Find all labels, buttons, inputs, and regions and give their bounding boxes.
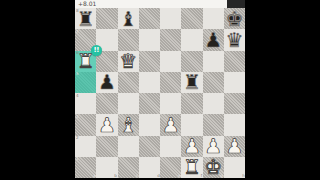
square-b1[interactable]: b: [96, 157, 117, 178]
file-label-e: e: [178, 173, 181, 177]
square-b3[interactable]: ♟: [96, 114, 117, 135]
square-e6[interactable]: [160, 51, 181, 72]
white-pawn[interactable]: ♟: [160, 114, 181, 135]
rank-label-4: 4: [76, 94, 79, 98]
square-g4[interactable]: [203, 93, 224, 114]
file-label-f: f: [201, 173, 202, 177]
square-e1[interactable]: e: [160, 157, 181, 178]
file-label-b: b: [114, 173, 117, 177]
square-h2[interactable]: ♟: [224, 136, 245, 157]
white-bishop[interactable]: ♝: [118, 114, 139, 135]
white-rook[interactable]: ♜: [181, 157, 202, 178]
square-c5[interactable]: [118, 72, 139, 93]
square-c7[interactable]: [118, 29, 139, 50]
white-pawn[interactable]: ♟: [203, 136, 224, 157]
square-h5[interactable]: [224, 72, 245, 93]
square-f4[interactable]: [181, 93, 202, 114]
square-g5[interactable]: [203, 72, 224, 93]
square-f1[interactable]: f♜: [181, 157, 202, 178]
square-c4[interactable]: [118, 93, 139, 114]
square-e4[interactable]: [160, 93, 181, 114]
file-label-d: d: [157, 173, 160, 177]
file-label-g: g: [221, 173, 224, 177]
file-label-a: a: [93, 173, 96, 177]
square-a5[interactable]: 5: [75, 72, 96, 93]
rank-label-2: 2: [76, 136, 79, 140]
square-d4[interactable]: [139, 93, 160, 114]
rank-label-7: 7: [76, 30, 79, 34]
square-b2[interactable]: [96, 136, 117, 157]
black-king[interactable]: ♚: [224, 8, 245, 29]
square-b5[interactable]: ♟: [96, 72, 117, 93]
square-g6[interactable]: [203, 51, 224, 72]
square-d5[interactable]: [139, 72, 160, 93]
evaluation-bar-white-segment: +8.01: [75, 0, 227, 8]
rank-label-6: 6: [76, 51, 79, 55]
square-f7[interactable]: [181, 29, 202, 50]
square-d6[interactable]: [139, 51, 160, 72]
square-h3[interactable]: [224, 114, 245, 135]
brilliant-move-symbol: !!: [94, 47, 99, 54]
square-c1[interactable]: c: [118, 157, 139, 178]
square-a3[interactable]: 3: [75, 114, 96, 135]
white-pawn[interactable]: ♟: [181, 136, 202, 157]
square-a8[interactable]: 8♜: [75, 8, 96, 29]
black-rook[interactable]: ♜: [181, 72, 202, 93]
black-bishop[interactable]: ♝: [118, 8, 139, 29]
square-f8[interactable]: [181, 8, 202, 29]
square-a1[interactable]: 1a: [75, 157, 96, 178]
square-g7[interactable]: ♟: [203, 29, 224, 50]
square-c6[interactable]: ♛: [118, 51, 139, 72]
square-h1[interactable]: h: [224, 157, 245, 178]
screen: +8.01 !! 8♜♝♚7♟♛6♜♛5♟♜43♟♝♟2♟♟♟1abcdef♜g…: [0, 0, 320, 180]
square-g8[interactable]: [203, 8, 224, 29]
evaluation-bar: +8.01: [75, 0, 245, 8]
square-d2[interactable]: [139, 136, 160, 157]
square-a4[interactable]: 4: [75, 93, 96, 114]
square-h4[interactable]: [224, 93, 245, 114]
square-d1[interactable]: d: [139, 157, 160, 178]
square-h8[interactable]: ♚: [224, 8, 245, 29]
black-queen[interactable]: ♛: [224, 29, 245, 50]
square-e2[interactable]: [160, 136, 181, 157]
square-b8[interactable]: [96, 8, 117, 29]
square-c8[interactable]: ♝: [118, 8, 139, 29]
rank-label-3: 3: [76, 115, 79, 119]
square-d8[interactable]: [139, 8, 160, 29]
square-e7[interactable]: [160, 29, 181, 50]
square-f5[interactable]: ♜: [181, 72, 202, 93]
square-f6[interactable]: [181, 51, 202, 72]
square-d7[interactable]: [139, 29, 160, 50]
white-pawn[interactable]: ♟: [224, 136, 245, 157]
white-pawn[interactable]: ♟: [96, 114, 117, 135]
file-label-c: c: [136, 173, 138, 177]
square-c2[interactable]: [118, 136, 139, 157]
square-a2[interactable]: 2: [75, 136, 96, 157]
square-g3[interactable]: [203, 114, 224, 135]
brilliant-move-badge: !!: [91, 45, 103, 57]
square-b4[interactable]: [96, 93, 117, 114]
black-pawn[interactable]: ♟: [96, 72, 117, 93]
square-h7[interactable]: ♛: [224, 29, 245, 50]
rank-label-8: 8: [76, 9, 79, 13]
square-e3[interactable]: ♟: [160, 114, 181, 135]
file-label-h: h: [242, 173, 245, 177]
rank-label-5: 5: [76, 72, 79, 76]
square-c3[interactable]: ♝: [118, 114, 139, 135]
white-queen[interactable]: ♛: [118, 51, 139, 72]
square-d3[interactable]: [139, 114, 160, 135]
square-g1[interactable]: g♚: [203, 157, 224, 178]
square-e8[interactable]: [160, 8, 181, 29]
square-f3[interactable]: [181, 114, 202, 135]
square-f2[interactable]: ♟: [181, 136, 202, 157]
square-e5[interactable]: [160, 72, 181, 93]
rank-label-1: 1: [76, 157, 79, 161]
square-g2[interactable]: ♟: [203, 136, 224, 157]
black-pawn[interactable]: ♟: [203, 29, 224, 50]
square-h6[interactable]: [224, 51, 245, 72]
chess-board: !! 8♜♝♚7♟♛6♜♛5♟♜43♟♝♟2♟♟♟1abcdef♜g♚h: [75, 8, 245, 178]
